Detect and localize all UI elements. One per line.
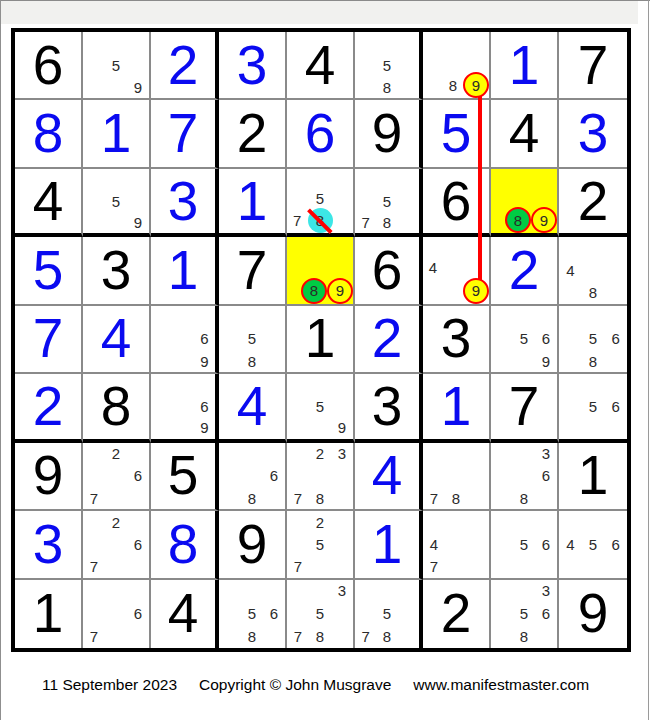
digit: 4 bbox=[101, 311, 132, 366]
digit: 7 bbox=[33, 311, 64, 366]
candidate-grid: 67 bbox=[83, 580, 149, 648]
candidate-5: 5 bbox=[241, 328, 263, 350]
cell-r3c9[interactable]: 2 bbox=[559, 169, 627, 237]
candidate-6: 6 bbox=[127, 533, 149, 555]
candidate-9: 9 bbox=[463, 278, 489, 304]
candidate-grid: 569 bbox=[491, 306, 557, 372]
cell-r8c2[interactable]: 267 bbox=[83, 511, 151, 579]
digit: 9 bbox=[372, 106, 403, 161]
cell-r9c6[interactable]: 578 bbox=[355, 580, 423, 648]
digit: 2 bbox=[237, 106, 268, 161]
candidate-9: 9 bbox=[531, 207, 557, 233]
cell-r8c3[interactable]: 8 bbox=[151, 511, 219, 579]
candidate-8: 8 bbox=[582, 350, 605, 372]
candidate-6: 6 bbox=[263, 602, 285, 625]
candidate-grid: 47 bbox=[423, 511, 489, 577]
cell-r5c5[interactable]: 1 bbox=[287, 306, 355, 374]
cell-r2c3[interactable]: 7 bbox=[151, 100, 219, 168]
digit: 1 bbox=[509, 38, 540, 93]
candidate-2: 2 bbox=[309, 511, 331, 533]
candidate-5: 5 bbox=[309, 396, 331, 417]
candidate-5: 5 bbox=[105, 190, 127, 211]
cell-r8c9[interactable]: 456 bbox=[559, 511, 627, 579]
digit: 9 bbox=[578, 586, 609, 641]
digit: 6 bbox=[305, 106, 336, 161]
candidate-grid: 78 bbox=[423, 443, 489, 509]
cell-r9c2[interactable]: 67 bbox=[83, 580, 151, 648]
digit: 9 bbox=[33, 448, 64, 503]
digit: 2 bbox=[372, 311, 403, 366]
cell-r1c5[interactable]: 4 bbox=[287, 32, 355, 100]
candidate-7: 7 bbox=[287, 625, 309, 648]
candidate-7: 7 bbox=[287, 487, 309, 509]
candidate-8: 8 bbox=[582, 282, 605, 304]
candidate-5: 5 bbox=[582, 533, 605, 555]
candidate-grid: 69 bbox=[151, 306, 215, 372]
cell-r3c4[interactable]: 1 bbox=[219, 169, 287, 237]
digit: 5 bbox=[441, 106, 472, 161]
digit: 7 bbox=[237, 243, 268, 298]
candidate-grid: 89 bbox=[287, 237, 353, 303]
candidate-9: 9 bbox=[535, 350, 557, 372]
cell-r3c5[interactable]: 578 bbox=[287, 169, 355, 237]
cell-r4c4[interactable]: 7 bbox=[219, 237, 287, 305]
cell-r2c6[interactable]: 9 bbox=[355, 100, 423, 168]
candidate-2: 2 bbox=[309, 443, 331, 465]
candidate-grid: 89 bbox=[423, 32, 489, 98]
candidate-grid: 578 bbox=[287, 169, 353, 233]
candidate-9: 9 bbox=[127, 212, 149, 233]
candidate-grid: 59 bbox=[83, 32, 149, 98]
cell-r2c9[interactable]: 3 bbox=[559, 100, 627, 168]
digit: 1 bbox=[441, 379, 472, 434]
candidate-9: 9 bbox=[127, 76, 149, 98]
digit: 4 bbox=[33, 174, 64, 229]
digit: 3 bbox=[101, 243, 132, 298]
digit: 1 bbox=[578, 448, 609, 503]
digit: 7 bbox=[578, 38, 609, 93]
digit: 1 bbox=[168, 243, 199, 298]
cell-r5c4[interactable]: 58 bbox=[219, 306, 287, 374]
cell-r8c7[interactable]: 47 bbox=[423, 511, 491, 579]
candidate-9: 9 bbox=[463, 72, 489, 98]
cell-r1c1[interactable]: 6 bbox=[15, 32, 83, 100]
digit: 7 bbox=[168, 106, 199, 161]
digit: 2 bbox=[578, 174, 609, 229]
cell-r4c3[interactable]: 1 bbox=[151, 237, 219, 305]
cell-r1c6[interactable]: 58 bbox=[355, 32, 423, 100]
digit: 2 bbox=[441, 586, 472, 641]
candidate-4: 4 bbox=[559, 259, 582, 281]
candidate-9: 9 bbox=[194, 417, 215, 438]
cell-r7c9[interactable]: 1 bbox=[559, 443, 627, 511]
cell-r1c2[interactable]: 59 bbox=[83, 32, 151, 100]
digit: 4 bbox=[305, 38, 336, 93]
candidate-8: 8 bbox=[301, 278, 327, 304]
candidate-5: 5 bbox=[308, 189, 333, 209]
chain-link-line bbox=[478, 89, 482, 294]
candidate-grid: 56 bbox=[559, 374, 627, 438]
cell-r5c2[interactable]: 4 bbox=[83, 306, 151, 374]
candidate-3: 3 bbox=[535, 580, 557, 603]
digit: 3 bbox=[33, 517, 64, 572]
cell-r5c7[interactable]: 3 bbox=[423, 306, 491, 374]
candidate-5: 5 bbox=[105, 54, 127, 76]
candidate-5: 5 bbox=[309, 533, 331, 555]
cell-r9c7[interactable]: 2 bbox=[423, 580, 491, 648]
cell-r6c5[interactable]: 59 bbox=[287, 374, 355, 442]
candidate-6: 6 bbox=[194, 328, 215, 350]
digit: 4 bbox=[168, 586, 199, 641]
candidate-6: 6 bbox=[535, 328, 557, 350]
digit: 3 bbox=[237, 38, 268, 93]
candidate-4: 4 bbox=[423, 258, 443, 278]
digit: 6 bbox=[33, 38, 64, 93]
cell-r4c6[interactable]: 6 bbox=[355, 237, 423, 305]
digit: 5 bbox=[33, 243, 64, 298]
cell-r5c6[interactable]: 2 bbox=[355, 306, 423, 374]
candidate-grid: 59 bbox=[83, 169, 149, 233]
digit: 2 bbox=[33, 379, 64, 434]
candidate-5: 5 bbox=[582, 396, 605, 417]
candidate-2: 2 bbox=[105, 511, 127, 533]
candidate-5: 5 bbox=[513, 328, 535, 350]
cell-r9c4[interactable]: 568 bbox=[219, 580, 287, 648]
cell-r6c2[interactable]: 8 bbox=[83, 374, 151, 442]
candidate-9: 9 bbox=[327, 278, 353, 304]
digit: 5 bbox=[168, 448, 199, 503]
digit: 4 bbox=[509, 106, 540, 161]
candidate-grid: 56 bbox=[491, 511, 557, 577]
digit: 7 bbox=[509, 379, 540, 434]
cell-r7c1[interactable]: 9 bbox=[15, 443, 83, 511]
digit: 1 bbox=[101, 106, 132, 161]
cell-r7c6[interactable]: 4 bbox=[355, 443, 423, 511]
candidate-4: 4 bbox=[423, 533, 445, 555]
cell-r3c1[interactable]: 4 bbox=[15, 169, 83, 237]
candidate-3: 3 bbox=[331, 580, 353, 603]
candidate-6: 6 bbox=[604, 396, 627, 417]
candidate-8: 8 bbox=[241, 625, 263, 648]
candidate-grid: 58 bbox=[355, 32, 419, 98]
candidate-9: 9 bbox=[331, 417, 353, 438]
candidate-8: 8 bbox=[308, 208, 333, 233]
candidate-grid: 267 bbox=[83, 511, 149, 577]
digit: 3 bbox=[372, 379, 403, 434]
cell-r7c4[interactable]: 68 bbox=[219, 443, 287, 511]
cell-r8c5[interactable]: 257 bbox=[287, 511, 355, 579]
footer: 11 September 2023 Copyright © John Musgr… bbox=[42, 676, 589, 694]
candidate-2: 2 bbox=[105, 443, 127, 465]
digit: 2 bbox=[168, 38, 199, 93]
candidate-grid: 257 bbox=[287, 511, 353, 577]
sudoku-board: 6592345889178172695434593157857868925317… bbox=[11, 28, 631, 652]
candidate-5: 5 bbox=[513, 602, 535, 625]
candidate-5: 5 bbox=[513, 533, 535, 555]
candidate-8: 8 bbox=[376, 625, 397, 648]
cell-r6c7[interactable]: 1 bbox=[423, 374, 491, 442]
cell-r5c8[interactable]: 569 bbox=[491, 306, 559, 374]
cell-r2c4[interactable]: 2 bbox=[219, 100, 287, 168]
digit: 3 bbox=[168, 174, 199, 229]
cell-r1c7[interactable]: 89 bbox=[423, 32, 491, 100]
cell-r7c7[interactable]: 78 bbox=[423, 443, 491, 511]
cell-r7c3[interactable]: 5 bbox=[151, 443, 219, 511]
cell-r9c3[interactable]: 4 bbox=[151, 580, 219, 648]
candidate-6: 6 bbox=[604, 533, 627, 555]
candidate-8: 8 bbox=[445, 487, 467, 509]
candidate-8: 8 bbox=[241, 487, 263, 509]
candidate-grid: 578 bbox=[355, 580, 419, 648]
cell-r7c8[interactable]: 368 bbox=[491, 443, 559, 511]
cell-r9c1[interactable]: 1 bbox=[15, 580, 83, 648]
candidate-6: 6 bbox=[604, 328, 627, 350]
candidate-grid: 568 bbox=[219, 580, 285, 648]
cell-r4c2[interactable]: 3 bbox=[83, 237, 151, 305]
cell-r6c6[interactable]: 3 bbox=[355, 374, 423, 442]
cell-r8c1[interactable]: 3 bbox=[15, 511, 83, 579]
candidate-7: 7 bbox=[423, 487, 445, 509]
candidate-6: 6 bbox=[535, 465, 557, 487]
cell-r6c1[interactable]: 2 bbox=[15, 374, 83, 442]
cell-r4c8[interactable]: 2 bbox=[491, 237, 559, 305]
candidate-3: 3 bbox=[331, 443, 353, 465]
digit: 3 bbox=[578, 106, 609, 161]
candidate-7: 7 bbox=[83, 487, 105, 509]
candidate-6: 6 bbox=[127, 465, 149, 487]
candidate-5: 5 bbox=[376, 54, 397, 76]
digit: 3 bbox=[441, 311, 472, 366]
candidate-grid: 2378 bbox=[287, 443, 353, 509]
candidate-5: 5 bbox=[582, 328, 605, 350]
candidate-4: 4 bbox=[559, 533, 582, 555]
cell-r7c5[interactable]: 2378 bbox=[287, 443, 355, 511]
digit: 8 bbox=[168, 517, 199, 572]
digit: 1 bbox=[33, 586, 64, 641]
cell-r6c9[interactable]: 56 bbox=[559, 374, 627, 442]
candidate-7: 7 bbox=[355, 212, 376, 233]
candidate-5: 5 bbox=[376, 190, 397, 211]
candidate-7: 7 bbox=[83, 625, 105, 648]
cell-r2c2[interactable]: 1 bbox=[83, 100, 151, 168]
cell-r4c5[interactable]: 89 bbox=[287, 237, 355, 305]
candidate-8: 8 bbox=[309, 625, 331, 648]
cell-r6c8[interactable]: 7 bbox=[491, 374, 559, 442]
candidate-8: 8 bbox=[309, 487, 331, 509]
cell-r4c1[interactable]: 5 bbox=[15, 237, 83, 305]
candidate-grid: 3568 bbox=[491, 580, 557, 648]
cell-r8c6[interactable]: 1 bbox=[355, 511, 423, 579]
cell-r9c5[interactable]: 3578 bbox=[287, 580, 355, 648]
cell-r5c9[interactable]: 568 bbox=[559, 306, 627, 374]
cell-r1c9[interactable]: 7 bbox=[559, 32, 627, 100]
page-right-edge bbox=[648, 0, 649, 720]
cell-r1c8[interactable]: 1 bbox=[491, 32, 559, 100]
cell-r2c5[interactable]: 6 bbox=[287, 100, 355, 168]
page-left-edge bbox=[0, 0, 1, 720]
digit: 8 bbox=[101, 379, 132, 434]
digit: 1 bbox=[237, 174, 268, 229]
candidate-9: 9 bbox=[194, 350, 215, 372]
digit: 8 bbox=[33, 106, 64, 161]
cell-r5c1[interactable]: 7 bbox=[15, 306, 83, 374]
cell-r9c8[interactable]: 3568 bbox=[491, 580, 559, 648]
digit: 6 bbox=[441, 174, 472, 229]
cell-r1c4[interactable]: 3 bbox=[219, 32, 287, 100]
window-top-strip bbox=[1, 1, 638, 24]
cell-r6c3[interactable]: 69 bbox=[151, 374, 219, 442]
candidate-grid: 58 bbox=[219, 306, 285, 372]
candidate-grid: 267 bbox=[83, 443, 149, 509]
cell-r9c9[interactable]: 9 bbox=[559, 580, 627, 648]
candidate-8: 8 bbox=[513, 487, 535, 509]
candidate-grid: 89 bbox=[491, 169, 557, 233]
candidate-8: 8 bbox=[505, 207, 531, 233]
candidate-grid: 456 bbox=[559, 511, 627, 577]
candidate-5: 5 bbox=[241, 602, 263, 625]
cell-r7c2[interactable]: 267 bbox=[83, 443, 151, 511]
candidate-8: 8 bbox=[513, 625, 535, 648]
cell-r3c6[interactable]: 578 bbox=[355, 169, 423, 237]
candidate-7: 7 bbox=[287, 555, 309, 577]
candidate-grid: 68 bbox=[219, 443, 285, 509]
footer-copyright: Copyright © John Musgrave bbox=[199, 676, 391, 694]
candidate-5: 5 bbox=[309, 602, 331, 625]
candidate-8: 8 bbox=[241, 350, 263, 372]
digit: 1 bbox=[372, 517, 403, 572]
digit: 4 bbox=[372, 448, 403, 503]
candidate-7: 7 bbox=[287, 208, 308, 233]
cell-r3c8[interactable]: 89 bbox=[491, 169, 559, 237]
candidate-grid: 568 bbox=[559, 306, 627, 372]
cell-r2c8[interactable]: 4 bbox=[491, 100, 559, 168]
cell-r4c9[interactable]: 48 bbox=[559, 237, 627, 305]
digit: 6 bbox=[372, 243, 403, 298]
candidate-6: 6 bbox=[127, 602, 149, 625]
candidate-8: 8 bbox=[376, 212, 397, 233]
candidate-grid: 368 bbox=[491, 443, 557, 509]
candidate-grid: 3578 bbox=[287, 580, 353, 648]
digit: 9 bbox=[237, 517, 268, 572]
candidate-5: 5 bbox=[376, 602, 397, 625]
candidate-3: 3 bbox=[535, 443, 557, 465]
cell-r3c2[interactable]: 59 bbox=[83, 169, 151, 237]
candidate-6: 6 bbox=[194, 396, 215, 417]
candidate-grid: 578 bbox=[355, 169, 419, 233]
digit: 2 bbox=[509, 243, 540, 298]
candidate-grid: 48 bbox=[559, 237, 627, 303]
candidate-7: 7 bbox=[355, 625, 376, 648]
cell-r1c3[interactable]: 2 bbox=[151, 32, 219, 100]
candidate-6: 6 bbox=[535, 533, 557, 555]
candidate-grid: 69 bbox=[151, 374, 215, 438]
candidate-7: 7 bbox=[83, 555, 105, 577]
cell-r5c3[interactable]: 69 bbox=[151, 306, 219, 374]
footer-website: www.manifestmaster.com bbox=[413, 676, 589, 694]
footer-date: 11 September 2023 bbox=[42, 676, 177, 694]
candidate-8: 8 bbox=[376, 76, 397, 98]
cell-r3c3[interactable]: 3 bbox=[151, 169, 219, 237]
cell-r8c4[interactable]: 9 bbox=[219, 511, 287, 579]
candidate-8: 8 bbox=[443, 72, 463, 98]
candidate-6: 6 bbox=[535, 602, 557, 625]
candidate-grid: 59 bbox=[287, 374, 353, 438]
cell-r2c1[interactable]: 8 bbox=[15, 100, 83, 168]
candidate-6: 6 bbox=[263, 465, 285, 487]
digit: 4 bbox=[237, 379, 268, 434]
cell-r6c4[interactable]: 4 bbox=[219, 374, 287, 442]
cell-r8c8[interactable]: 56 bbox=[491, 511, 559, 579]
digit: 1 bbox=[305, 311, 336, 366]
candidate-7: 7 bbox=[423, 555, 445, 577]
